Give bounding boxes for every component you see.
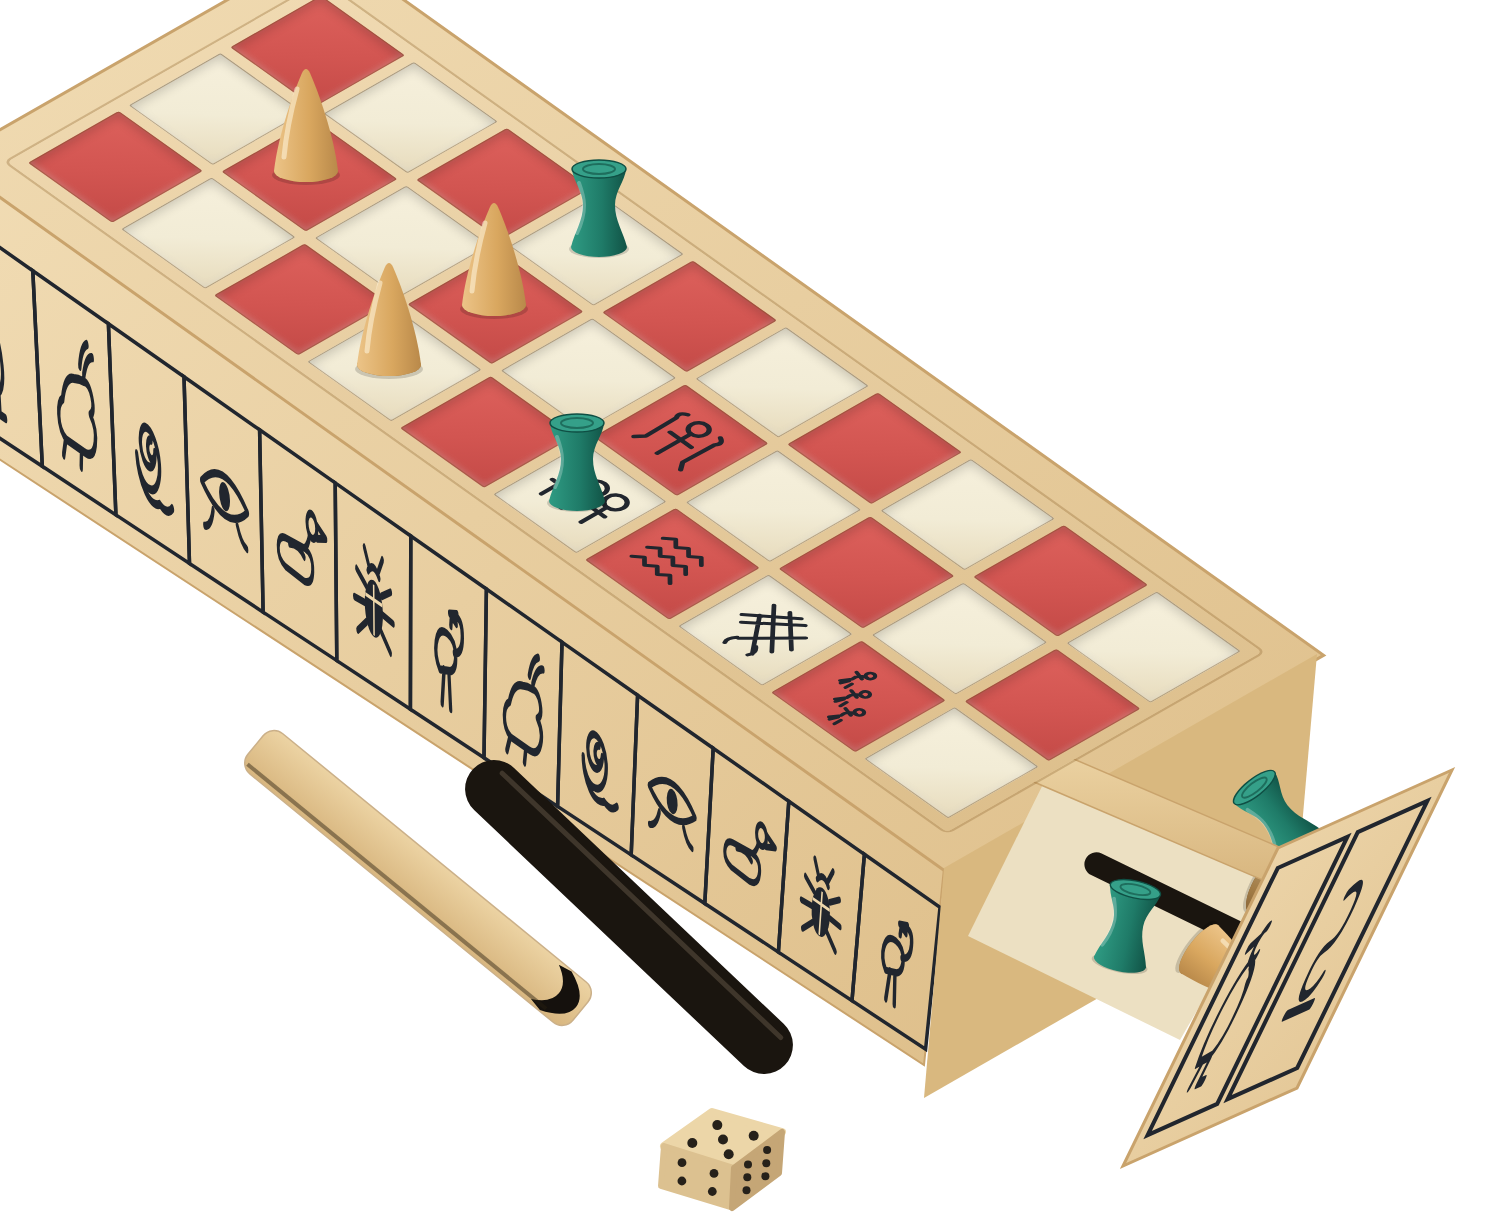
die-pip [678, 1177, 687, 1186]
die-pip [743, 1186, 751, 1194]
die-pip [710, 1169, 719, 1178]
die-pip [678, 1158, 687, 1167]
pawn-cone-front-4[interactable] [344, 251, 434, 383]
die-pip [762, 1159, 770, 1167]
pawn-spool-front-6[interactable] [535, 407, 619, 515]
pawn-cone-middle-4[interactable] [449, 191, 539, 323]
die-pip [763, 1146, 771, 1154]
die-pip [718, 1135, 728, 1145]
die-pip [749, 1131, 759, 1141]
die-pip [712, 1120, 722, 1130]
pawn-cone-middle-2[interactable] [261, 57, 351, 189]
die-pip [687, 1138, 697, 1148]
die-pip [743, 1173, 751, 1181]
die-pip [724, 1149, 734, 1159]
die-pip [761, 1172, 769, 1180]
pawn-spool-back-4[interactable] [557, 153, 641, 261]
product-photo-scene [0, 0, 1500, 1214]
wooden-die[interactable] [661, 1112, 782, 1208]
die-pip [708, 1187, 717, 1196]
die-pip [744, 1161, 752, 1169]
